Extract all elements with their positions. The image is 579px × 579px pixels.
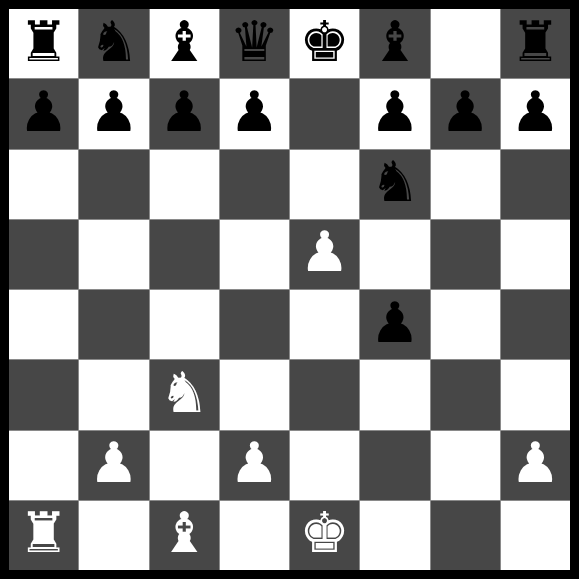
piece-black-rook[interactable]: ♜ xyxy=(510,14,560,70)
square-a7[interactable]: ♟ xyxy=(9,79,78,148)
square-d1[interactable] xyxy=(220,501,289,570)
square-f8[interactable]: ♝ xyxy=(360,9,429,78)
square-b1[interactable] xyxy=(79,501,148,570)
square-a2[interactable] xyxy=(9,431,78,500)
square-b6[interactable] xyxy=(79,150,148,219)
square-h6[interactable] xyxy=(501,150,570,219)
square-g7[interactable]: ♟ xyxy=(431,79,500,148)
square-g1[interactable] xyxy=(431,501,500,570)
square-e5[interactable]: ♟ xyxy=(290,220,359,289)
square-d8[interactable]: ♛ xyxy=(220,9,289,78)
square-b3[interactable] xyxy=(79,360,148,429)
square-a5[interactable] xyxy=(9,220,78,289)
square-f4[interactable]: ♟ xyxy=(360,290,429,359)
square-d6[interactable] xyxy=(220,150,289,219)
square-h1[interactable] xyxy=(501,501,570,570)
square-e1[interactable]: ♚ xyxy=(290,501,359,570)
square-a3[interactable] xyxy=(9,360,78,429)
square-b7[interactable]: ♟ xyxy=(79,79,148,148)
square-h4[interactable] xyxy=(501,290,570,359)
square-f3[interactable] xyxy=(360,360,429,429)
piece-black-knight[interactable]: ♞ xyxy=(370,154,420,210)
square-g3[interactable] xyxy=(431,360,500,429)
board-frame: ♜♞♝♛♚♝♜♟♟♟♟♟♟♟♞♟♟♞♟♟♟♜♝♚ xyxy=(0,0,579,579)
square-f6[interactable]: ♞ xyxy=(360,150,429,219)
piece-black-bishop[interactable]: ♝ xyxy=(370,14,420,70)
square-g8[interactable] xyxy=(431,9,500,78)
square-e6[interactable] xyxy=(290,150,359,219)
piece-white-pawn[interactable]: ♟ xyxy=(229,435,279,491)
piece-black-bishop[interactable]: ♝ xyxy=(159,14,209,70)
square-b4[interactable] xyxy=(79,290,148,359)
square-g6[interactable] xyxy=(431,150,500,219)
square-d3[interactable] xyxy=(220,360,289,429)
square-b5[interactable] xyxy=(79,220,148,289)
square-c3[interactable]: ♞ xyxy=(150,360,219,429)
square-c2[interactable] xyxy=(150,431,219,500)
piece-white-king[interactable]: ♚ xyxy=(300,505,350,561)
square-d4[interactable] xyxy=(220,290,289,359)
square-e2[interactable] xyxy=(290,431,359,500)
square-g5[interactable] xyxy=(431,220,500,289)
square-g2[interactable] xyxy=(431,431,500,500)
square-d2[interactable]: ♟ xyxy=(220,431,289,500)
piece-white-pawn[interactable]: ♟ xyxy=(89,435,139,491)
piece-white-bishop[interactable]: ♝ xyxy=(159,505,209,561)
square-d5[interactable] xyxy=(220,220,289,289)
square-e8[interactable]: ♚ xyxy=(290,9,359,78)
piece-black-pawn[interactable]: ♟ xyxy=(440,84,490,140)
square-b2[interactable]: ♟ xyxy=(79,431,148,500)
square-h2[interactable]: ♟ xyxy=(501,431,570,500)
square-c4[interactable] xyxy=(150,290,219,359)
piece-white-pawn[interactable]: ♟ xyxy=(510,435,560,491)
square-c5[interactable] xyxy=(150,220,219,289)
square-a4[interactable] xyxy=(9,290,78,359)
square-a1[interactable]: ♜ xyxy=(9,501,78,570)
piece-black-pawn[interactable]: ♟ xyxy=(159,84,209,140)
piece-black-knight[interactable]: ♞ xyxy=(89,14,139,70)
square-c8[interactable]: ♝ xyxy=(150,9,219,78)
square-g4[interactable] xyxy=(431,290,500,359)
square-h7[interactable]: ♟ xyxy=(501,79,570,148)
square-f7[interactable]: ♟ xyxy=(360,79,429,148)
square-f5[interactable] xyxy=(360,220,429,289)
piece-white-rook[interactable]: ♜ xyxy=(19,505,69,561)
piece-black-king[interactable]: ♚ xyxy=(300,14,350,70)
piece-black-queen[interactable]: ♛ xyxy=(229,14,279,70)
square-h8[interactable]: ♜ xyxy=(501,9,570,78)
square-a6[interactable] xyxy=(9,150,78,219)
square-c7[interactable]: ♟ xyxy=(150,79,219,148)
piece-black-pawn[interactable]: ♟ xyxy=(510,84,560,140)
piece-black-pawn[interactable]: ♟ xyxy=(370,295,420,351)
piece-black-pawn[interactable]: ♟ xyxy=(89,84,139,140)
square-d7[interactable]: ♟ xyxy=(220,79,289,148)
square-h5[interactable] xyxy=(501,220,570,289)
square-f2[interactable] xyxy=(360,431,429,500)
piece-white-knight[interactable]: ♞ xyxy=(159,365,209,421)
square-b8[interactable]: ♞ xyxy=(79,9,148,78)
square-c6[interactable] xyxy=(150,150,219,219)
square-e3[interactable] xyxy=(290,360,359,429)
square-e4[interactable] xyxy=(290,290,359,359)
piece-white-pawn[interactable]: ♟ xyxy=(300,224,350,280)
square-c1[interactable]: ♝ xyxy=(150,501,219,570)
square-h3[interactable] xyxy=(501,360,570,429)
piece-black-pawn[interactable]: ♟ xyxy=(370,84,420,140)
square-f1[interactable] xyxy=(360,501,429,570)
piece-black-pawn[interactable]: ♟ xyxy=(229,84,279,140)
square-a8[interactable]: ♜ xyxy=(9,9,78,78)
piece-black-pawn[interactable]: ♟ xyxy=(19,84,69,140)
square-e7[interactable] xyxy=(290,79,359,148)
piece-black-rook[interactable]: ♜ xyxy=(19,14,69,70)
chess-board: ♜♞♝♛♚♝♜♟♟♟♟♟♟♟♞♟♟♞♟♟♟♜♝♚ xyxy=(9,9,570,570)
